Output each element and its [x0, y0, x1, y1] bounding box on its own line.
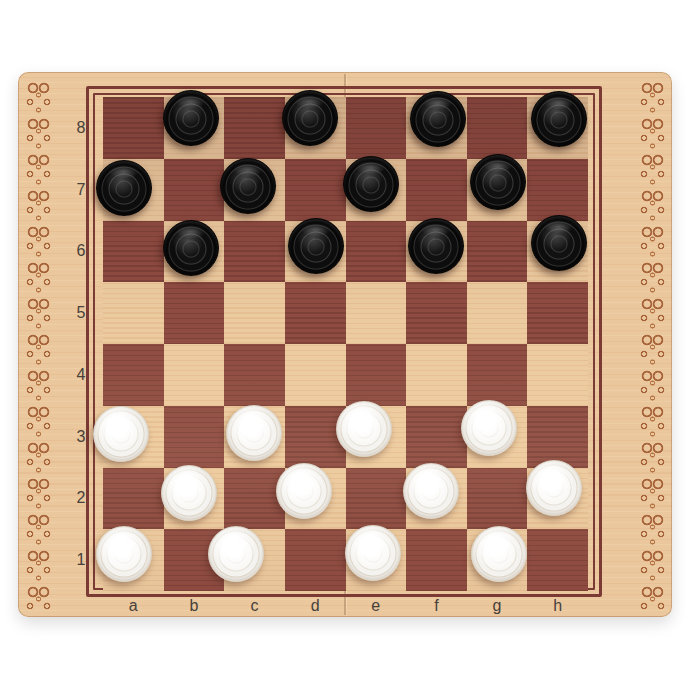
square-a5[interactable] — [103, 282, 164, 344]
checkers-board: 87654321 abcdefgh — [18, 72, 672, 617]
rank-label-7: 7 — [70, 159, 92, 221]
square-c8[interactable] — [224, 97, 285, 159]
piece-white-h2[interactable] — [526, 460, 582, 516]
square-f4[interactable] — [406, 344, 467, 406]
square-a4[interactable] — [103, 344, 164, 406]
square-d4[interactable] — [285, 344, 346, 406]
square-h1[interactable] — [527, 529, 588, 591]
piece-black-b8[interactable] — [163, 90, 219, 146]
square-d5[interactable] — [285, 282, 346, 344]
piece-white-c1[interactable] — [208, 526, 264, 582]
file-labels: abcdefgh — [103, 596, 588, 616]
square-h5[interactable] — [527, 282, 588, 344]
square-d1[interactable] — [285, 529, 346, 591]
square-a6[interactable] — [103, 221, 164, 283]
piece-white-e1[interactable] — [345, 525, 401, 581]
square-e2[interactable] — [346, 468, 407, 530]
square-e8[interactable] — [346, 97, 407, 159]
square-g6[interactable] — [467, 221, 528, 283]
rank-label-5: 5 — [70, 282, 92, 344]
file-label-h: h — [527, 596, 588, 616]
piece-black-d6[interactable] — [288, 218, 344, 274]
file-label-f: f — [406, 596, 467, 616]
square-g2[interactable] — [467, 468, 528, 530]
photo-background: 87654321 abcdefgh — [0, 0, 700, 700]
square-g4[interactable] — [467, 344, 528, 406]
piece-black-c7[interactable] — [220, 158, 276, 214]
piece-white-g1[interactable] — [471, 526, 527, 582]
square-e6[interactable] — [346, 221, 407, 283]
rank-label-1: 1 — [70, 529, 92, 591]
file-label-a: a — [103, 596, 164, 616]
rank-labels: 87654321 — [70, 97, 92, 591]
rank-label-2: 2 — [70, 468, 92, 530]
piece-white-d2[interactable] — [276, 463, 332, 519]
square-g8[interactable] — [467, 97, 528, 159]
square-a8[interactable] — [103, 97, 164, 159]
piece-black-f8[interactable] — [410, 91, 466, 147]
piece-black-f6[interactable] — [408, 218, 464, 274]
piece-white-c3[interactable] — [226, 405, 282, 461]
square-h7[interactable] — [527, 159, 588, 221]
square-c6[interactable] — [224, 221, 285, 283]
file-label-g: g — [467, 596, 528, 616]
piece-black-g7[interactable] — [470, 154, 526, 210]
piece-black-b6[interactable] — [163, 220, 219, 276]
square-e4[interactable] — [346, 344, 407, 406]
square-f5[interactable] — [406, 282, 467, 344]
piece-white-a1[interactable] — [96, 526, 152, 582]
square-h4[interactable] — [527, 344, 588, 406]
piece-black-h8[interactable] — [531, 91, 587, 147]
piece-white-g3[interactable] — [461, 400, 517, 456]
file-label-b: b — [164, 596, 225, 616]
piece-white-b2[interactable] — [161, 465, 217, 521]
square-b5[interactable] — [164, 282, 225, 344]
square-c5[interactable] — [224, 282, 285, 344]
square-f7[interactable] — [406, 159, 467, 221]
square-f1[interactable] — [406, 529, 467, 591]
piece-white-f2[interactable] — [403, 463, 459, 519]
rank-label-8: 8 — [70, 97, 92, 159]
square-e5[interactable] — [346, 282, 407, 344]
square-g5[interactable] — [467, 282, 528, 344]
square-f3[interactable] — [406, 406, 467, 468]
rank-label-4: 4 — [70, 344, 92, 406]
square-b7[interactable] — [164, 159, 225, 221]
file-label-d: d — [285, 596, 346, 616]
piece-black-d8[interactable] — [282, 90, 338, 146]
file-label-e: e — [346, 596, 407, 616]
piece-black-h6[interactable] — [531, 215, 587, 271]
square-h3[interactable] — [527, 406, 588, 468]
piece-black-a7[interactable] — [96, 160, 152, 216]
ornament-border-left — [25, 80, 52, 610]
ornament-border-right — [639, 80, 666, 610]
rank-label-3: 3 — [70, 406, 92, 468]
square-d7[interactable] — [285, 159, 346, 221]
square-b4[interactable] — [164, 344, 225, 406]
file-label-c: c — [224, 596, 285, 616]
square-b3[interactable] — [164, 406, 225, 468]
rank-label-6: 6 — [70, 221, 92, 283]
piece-white-a3[interactable] — [93, 406, 149, 462]
square-c2[interactable] — [224, 468, 285, 530]
piece-black-e7[interactable] — [343, 156, 399, 212]
square-c4[interactable] — [224, 344, 285, 406]
square-a2[interactable] — [103, 468, 164, 530]
piece-white-e3[interactable] — [336, 401, 392, 457]
